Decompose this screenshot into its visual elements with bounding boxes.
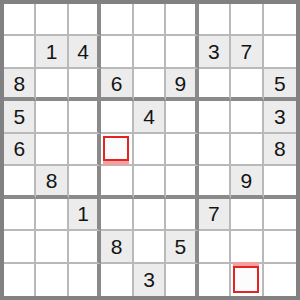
cell-r8c4[interactable]: 8: [101, 231, 133, 263]
cell-r5c1[interactable]: 6: [4, 134, 36, 166]
cell-r7c6[interactable]: [166, 199, 198, 231]
cell-r1c4[interactable]: [101, 4, 133, 36]
cell-r9c2[interactable]: [36, 264, 68, 296]
cell-r2c9[interactable]: [264, 36, 296, 68]
cell-r8c8[interactable]: [231, 231, 263, 263]
cell-r3c3[interactable]: [69, 69, 101, 101]
cell-r5c2[interactable]: [36, 134, 68, 166]
cell-r6c5[interactable]: [134, 166, 166, 198]
cell-r2c8[interactable]: 7: [231, 36, 263, 68]
cell-r6c6[interactable]: [166, 166, 198, 198]
cell-r8c1[interactable]: [4, 231, 36, 263]
cell-r9c1[interactable]: [4, 264, 36, 296]
cell-r7c3[interactable]: 1: [69, 199, 101, 231]
cell-r3c8[interactable]: [231, 69, 263, 101]
cell-r6c2[interactable]: 8: [36, 166, 68, 198]
cell-r3c9[interactable]: 5: [264, 69, 296, 101]
cell-r1c8[interactable]: [231, 4, 263, 36]
cell-r5c4[interactable]: [101, 134, 133, 166]
cell-r5c7[interactable]: [199, 134, 231, 166]
cell-r4c8[interactable]: [231, 101, 263, 133]
highlight-box: [233, 266, 258, 293]
cell-r1c7[interactable]: [199, 4, 231, 36]
cell-r8c6[interactable]: 5: [166, 231, 198, 263]
cell-r3c6[interactable]: 9: [166, 69, 198, 101]
cell-r9c8[interactable]: [231, 264, 263, 296]
cell-r3c7[interactable]: [199, 69, 231, 101]
cell-r2c5[interactable]: [134, 36, 166, 68]
cell-r4c6[interactable]: [166, 101, 198, 133]
cell-r4c2[interactable]: [36, 101, 68, 133]
cell-r2c4[interactable]: [101, 36, 133, 68]
cell-r2c7[interactable]: 3: [199, 36, 231, 68]
cell-r9c3[interactable]: [69, 264, 101, 296]
cell-r8c3[interactable]: [69, 231, 101, 263]
cell-r7c4[interactable]: [101, 199, 133, 231]
cell-r6c8[interactable]: 9: [231, 166, 263, 198]
cell-r6c3[interactable]: [69, 166, 101, 198]
cell-r6c1[interactable]: [4, 166, 36, 198]
cell-r2c2[interactable]: 1: [36, 36, 68, 68]
cell-r5c3[interactable]: [69, 134, 101, 166]
cell-r7c1[interactable]: [4, 199, 36, 231]
cell-r1c5[interactable]: [134, 4, 166, 36]
cell-r1c2[interactable]: [36, 4, 68, 36]
cell-r3c5[interactable]: [134, 69, 166, 101]
cell-r8c9[interactable]: [264, 231, 296, 263]
cell-r3c4[interactable]: 6: [101, 69, 133, 101]
cell-r6c9[interactable]: [264, 166, 296, 198]
cell-r4c3[interactable]: [69, 101, 101, 133]
cell-r3c1[interactable]: 8: [4, 69, 36, 101]
cell-r8c5[interactable]: [134, 231, 166, 263]
cell-r6c4[interactable]: [101, 166, 133, 198]
cell-r5c6[interactable]: [166, 134, 198, 166]
cell-r6c7[interactable]: [199, 166, 231, 198]
cell-r4c5[interactable]: 4: [134, 101, 166, 133]
highlight-box: [103, 136, 128, 161]
sudoku-board: 14378695543688917853: [0, 0, 300, 300]
cell-r4c7[interactable]: [199, 101, 231, 133]
cell-r7c8[interactable]: [231, 199, 263, 231]
cell-r2c3[interactable]: 4: [69, 36, 101, 68]
cell-r9c6[interactable]: [166, 264, 198, 296]
cell-r3c2[interactable]: [36, 69, 68, 101]
cell-r5c8[interactable]: [231, 134, 263, 166]
cell-r5c9[interactable]: 8: [264, 134, 296, 166]
cell-r9c7[interactable]: [199, 264, 231, 296]
cell-r7c5[interactable]: [134, 199, 166, 231]
cell-r1c6[interactable]: [166, 4, 198, 36]
cell-r9c5[interactable]: 3: [134, 264, 166, 296]
cell-r7c9[interactable]: [264, 199, 296, 231]
cell-r4c9[interactable]: 3: [264, 101, 296, 133]
cell-r7c2[interactable]: [36, 199, 68, 231]
cell-r1c3[interactable]: [69, 4, 101, 36]
cell-r1c1[interactable]: [4, 4, 36, 36]
cell-r9c4[interactable]: [101, 264, 133, 296]
cell-r8c7[interactable]: [199, 231, 231, 263]
cell-r2c6[interactable]: [166, 36, 198, 68]
cell-r4c4[interactable]: [101, 101, 133, 133]
cell-r5c5[interactable]: [134, 134, 166, 166]
cell-r8c2[interactable]: [36, 231, 68, 263]
cell-r9c9[interactable]: [264, 264, 296, 296]
cell-r7c7[interactable]: 7: [199, 199, 231, 231]
cell-r4c1[interactable]: 5: [4, 101, 36, 133]
cell-r2c1[interactable]: [4, 36, 36, 68]
cell-r1c9[interactable]: [264, 4, 296, 36]
